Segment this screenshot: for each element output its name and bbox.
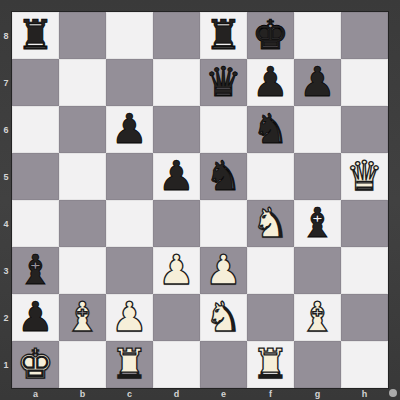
square-a6[interactable] (12, 106, 59, 153)
square-g2[interactable]: ♝ (294, 294, 341, 341)
rank-label-7: 7 (0, 59, 12, 106)
piece-white-king[interactable]: ♚ (12, 341, 59, 388)
piece-black-knight[interactable]: ♞ (247, 106, 294, 153)
piece-white-pawn[interactable]: ♟ (106, 294, 153, 341)
rank-label-1: 1 (0, 341, 12, 388)
square-e3[interactable]: ♟ (200, 247, 247, 294)
square-a5[interactable] (12, 153, 59, 200)
piece-black-pawn[interactable]: ♟ (12, 294, 59, 341)
piece-white-knight[interactable]: ♞ (247, 200, 294, 247)
square-e7[interactable]: ♛ (200, 59, 247, 106)
square-b1[interactable] (59, 341, 106, 388)
square-g4[interactable]: ♝ (294, 200, 341, 247)
square-d8[interactable] (153, 12, 200, 59)
file-label-f: f (247, 387, 294, 400)
square-a1[interactable]: ♚ (12, 341, 59, 388)
chess-board-frame: ♜♜♚♛♟♟♟♞♟♞♛♞♝♝♟♟♟♝♟♞♝♚♜♜ 87654321 abcdef… (0, 0, 400, 400)
square-h3[interactable] (341, 247, 388, 294)
square-a7[interactable] (12, 59, 59, 106)
file-label-h: h (341, 387, 388, 400)
chess-board: ♜♜♚♛♟♟♟♞♟♞♛♞♝♝♟♟♟♝♟♞♝♚♜♜ (12, 12, 388, 388)
square-c6[interactable]: ♟ (106, 106, 153, 153)
square-g5[interactable] (294, 153, 341, 200)
piece-white-queen[interactable]: ♛ (341, 153, 388, 200)
rank-label-5: 5 (0, 153, 12, 200)
square-b2[interactable]: ♝ (59, 294, 106, 341)
square-e6[interactable] (200, 106, 247, 153)
file-label-d: d (153, 387, 200, 400)
square-h1[interactable] (341, 341, 388, 388)
square-e1[interactable] (200, 341, 247, 388)
square-f1[interactable]: ♜ (247, 341, 294, 388)
square-d4[interactable] (153, 200, 200, 247)
file-label-g: g (294, 387, 341, 400)
square-f2[interactable] (247, 294, 294, 341)
file-label-a: a (12, 387, 59, 400)
square-g6[interactable] (294, 106, 341, 153)
square-h6[interactable] (341, 106, 388, 153)
square-b5[interactable] (59, 153, 106, 200)
square-f3[interactable] (247, 247, 294, 294)
square-b3[interactable] (59, 247, 106, 294)
square-e5[interactable]: ♞ (200, 153, 247, 200)
square-d2[interactable] (153, 294, 200, 341)
square-d5[interactable]: ♟ (153, 153, 200, 200)
piece-white-bishop[interactable]: ♝ (294, 294, 341, 341)
piece-white-rook[interactable]: ♜ (106, 341, 153, 388)
square-d1[interactable] (153, 341, 200, 388)
piece-white-pawn[interactable]: ♟ (153, 247, 200, 294)
rank-label-3: 3 (0, 247, 12, 294)
square-h7[interactable] (341, 59, 388, 106)
square-g3[interactable] (294, 247, 341, 294)
rank-label-4: 4 (0, 200, 12, 247)
square-a2[interactable]: ♟ (12, 294, 59, 341)
square-a4[interactable] (12, 200, 59, 247)
piece-black-pawn[interactable]: ♟ (247, 59, 294, 106)
square-f4[interactable]: ♞ (247, 200, 294, 247)
square-b8[interactable] (59, 12, 106, 59)
square-h4[interactable] (341, 200, 388, 247)
square-d6[interactable] (153, 106, 200, 153)
piece-black-king[interactable]: ♚ (247, 12, 294, 59)
square-g8[interactable] (294, 12, 341, 59)
piece-black-bishop[interactable]: ♝ (294, 200, 341, 247)
square-e2[interactable]: ♞ (200, 294, 247, 341)
square-d7[interactable] (153, 59, 200, 106)
file-label-c: c (106, 387, 153, 400)
square-b7[interactable] (59, 59, 106, 106)
piece-black-rook[interactable]: ♜ (200, 12, 247, 59)
rank-label-8: 8 (0, 12, 12, 59)
piece-black-pawn[interactable]: ♟ (294, 59, 341, 106)
piece-black-knight[interactable]: ♞ (200, 153, 247, 200)
square-e4[interactable] (200, 200, 247, 247)
piece-white-pawn[interactable]: ♟ (200, 247, 247, 294)
square-a8[interactable]: ♜ (12, 12, 59, 59)
square-h5[interactable]: ♛ (341, 153, 388, 200)
square-f6[interactable]: ♞ (247, 106, 294, 153)
square-c2[interactable]: ♟ (106, 294, 153, 341)
square-c7[interactable] (106, 59, 153, 106)
square-f5[interactable] (247, 153, 294, 200)
square-c4[interactable] (106, 200, 153, 247)
piece-black-rook[interactable]: ♜ (12, 12, 59, 59)
square-b6[interactable] (59, 106, 106, 153)
file-label-e: e (200, 387, 247, 400)
rank-label-6: 6 (0, 106, 12, 153)
file-label-b: b (59, 387, 106, 400)
square-c1[interactable]: ♜ (106, 341, 153, 388)
piece-black-pawn[interactable]: ♟ (153, 153, 200, 200)
piece-black-pawn[interactable]: ♟ (106, 106, 153, 153)
piece-black-bishop[interactable]: ♝ (12, 247, 59, 294)
square-c8[interactable] (106, 12, 153, 59)
square-b4[interactable] (59, 200, 106, 247)
piece-black-queen[interactable]: ♛ (200, 59, 247, 106)
square-h8[interactable] (341, 12, 388, 59)
square-e8[interactable]: ♜ (200, 12, 247, 59)
square-a3[interactable]: ♝ (12, 247, 59, 294)
square-g1[interactable] (294, 341, 341, 388)
square-g7[interactable]: ♟ (294, 59, 341, 106)
square-c5[interactable] (106, 153, 153, 200)
square-d3[interactable]: ♟ (153, 247, 200, 294)
square-c3[interactable] (106, 247, 153, 294)
rank-label-2: 2 (0, 294, 12, 341)
square-h2[interactable] (341, 294, 388, 341)
piece-white-bishop[interactable]: ♝ (59, 294, 106, 341)
square-f7[interactable]: ♟ (247, 59, 294, 106)
piece-white-rook[interactable]: ♜ (247, 341, 294, 388)
piece-white-knight[interactable]: ♞ (200, 294, 247, 341)
corner-dot (389, 389, 397, 397)
square-f8[interactable]: ♚ (247, 12, 294, 59)
